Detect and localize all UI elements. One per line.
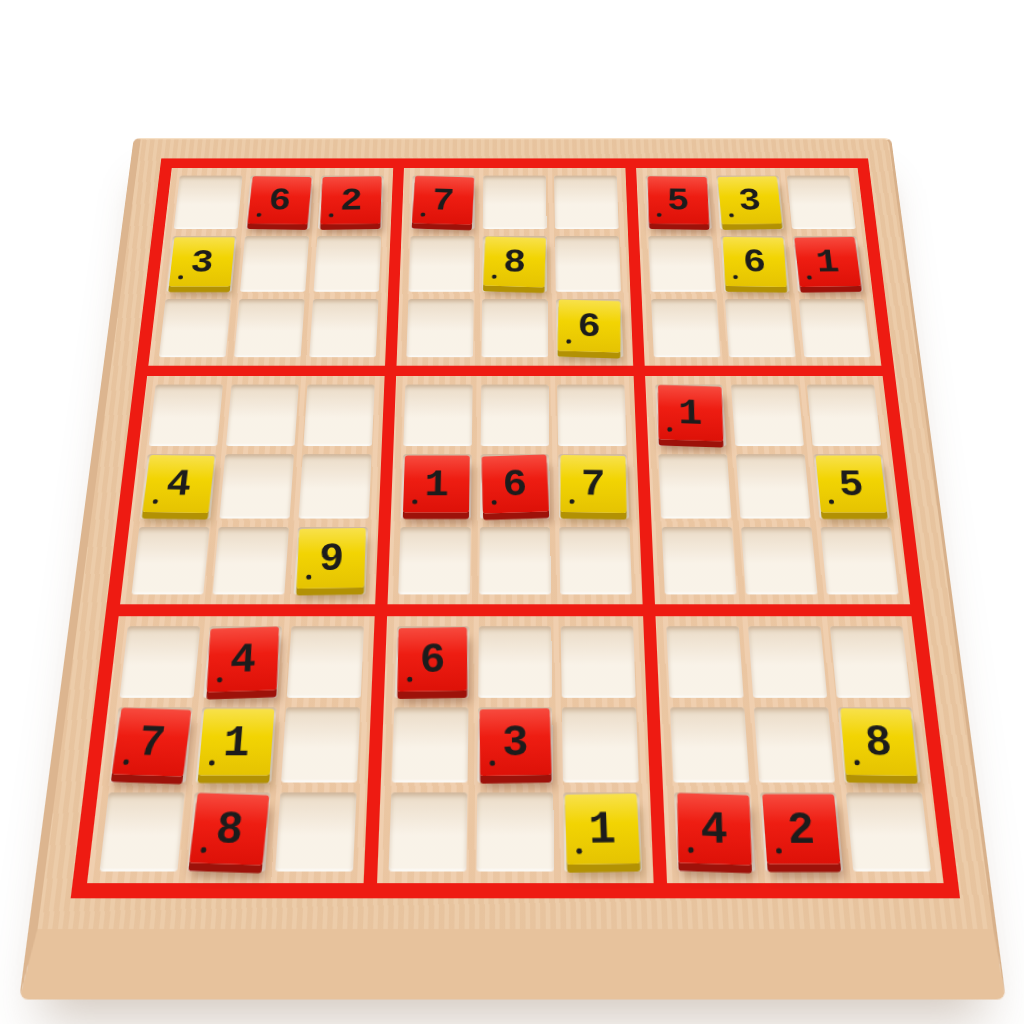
tile-number: 4 (700, 806, 728, 853)
tile-red-2-r1c3[interactable]: 2 (320, 176, 381, 224)
tile-number: 7 (580, 466, 605, 504)
tile-orientation-dot (489, 760, 494, 766)
tile-red-7-r8c1[interactable]: 7 (111, 708, 190, 777)
tile-yellow-3-r2c1[interactable]: 3 (168, 237, 234, 286)
sudoku-box-3: 5361 (636, 168, 881, 366)
cell-r7c1[interactable] (119, 626, 200, 698)
cell-r1c6[interactable] (554, 176, 619, 229)
cell-r1c4[interactable]: 7 (410, 176, 475, 229)
cell-r5c6[interactable]: 7 (558, 454, 629, 518)
cell-r6c3[interactable]: 9 (293, 527, 368, 594)
cell-r7c3[interactable] (286, 626, 363, 698)
cell-r8c7[interactable] (670, 707, 749, 782)
cell-r5c7[interactable] (658, 454, 731, 518)
tile-number: 4 (164, 466, 193, 504)
cell-r9c5[interactable] (476, 792, 554, 871)
cell-r3c5[interactable] (481, 299, 548, 357)
cell-r7c5[interactable] (478, 626, 552, 698)
cell-r6c8[interactable] (741, 527, 818, 594)
tile-yellow-1-r8c2[interactable]: 1 (198, 709, 274, 776)
cell-r8c3[interactable] (281, 707, 360, 782)
cell-r9c8[interactable]: 2 (759, 792, 842, 871)
sudoku-grid: 623786536149167154718631842 (86, 168, 943, 883)
tile-orientation-dot (828, 499, 833, 504)
tile-orientation-dot (667, 427, 672, 432)
cell-r1c1[interactable] (173, 176, 242, 229)
cell-r1c8[interactable]: 3 (716, 176, 784, 229)
tile-orientation-dot (208, 760, 214, 765)
cell-r2c3[interactable] (313, 236, 381, 292)
tile-orientation-dot (306, 575, 311, 580)
tile-red-8-r9c2[interactable]: 8 (189, 793, 269, 865)
tile-yellow-8-r2c5[interactable]: 8 (483, 236, 546, 287)
tile-number: 8 (502, 246, 526, 279)
cell-r2c5[interactable]: 8 (482, 236, 547, 292)
cell-r7c6[interactable] (560, 626, 635, 698)
cell-r4c3[interactable] (303, 385, 374, 447)
cell-r6c7[interactable] (661, 527, 736, 594)
tile-red-6-r1c2[interactable]: 6 (247, 176, 311, 224)
tile-red-1-r2c9[interactable]: 1 (794, 237, 861, 287)
cell-r9c2[interactable]: 8 (187, 792, 270, 871)
cell-r3c4[interactable] (406, 299, 473, 357)
tile-orientation-dot (200, 847, 206, 853)
tile-number: 5 (836, 466, 864, 504)
tile-orientation-dot (216, 677, 222, 682)
tile-yellow-7-r5c6[interactable]: 7 (560, 455, 626, 513)
tile-number: 2 (339, 185, 362, 217)
tile-red-7-r1c4[interactable]: 7 (411, 176, 473, 225)
tile-orientation-dot (152, 499, 158, 504)
cell-r2c4[interactable] (408, 236, 474, 292)
tile-number: 7 (135, 721, 167, 766)
cell-r7c4[interactable]: 6 (394, 626, 469, 698)
cell-r8c8[interactable] (753, 707, 834, 782)
tile-number: 6 (267, 185, 292, 217)
cell-r4c6[interactable] (557, 385, 626, 447)
tile-yellow-6-r3c6[interactable]: 6 (557, 299, 620, 352)
cell-r8c5[interactable]: 3 (477, 707, 553, 782)
tile-number: 5 (666, 185, 689, 217)
tile-orientation-dot (407, 677, 412, 682)
tile-orientation-dot (328, 213, 333, 217)
sudoku-board: 623786536149167154718631842 (19, 138, 1006, 1000)
cell-r4c7[interactable]: 1 (655, 385, 726, 447)
cell-r4c5[interactable] (480, 385, 549, 447)
tile-number: 6 (577, 309, 601, 344)
cell-r2c1[interactable]: 3 (166, 236, 236, 292)
tile-number: 1 (814, 246, 841, 279)
tile-red-5-r1c7[interactable]: 5 (647, 176, 708, 224)
cell-r2c2[interactable] (240, 236, 309, 292)
cell-r4c8[interactable] (730, 385, 803, 447)
tile-number: 6 (502, 466, 528, 504)
tile-orientation-dot (569, 499, 574, 504)
cell-r6c1[interactable] (131, 527, 209, 594)
cell-r1c3[interactable]: 2 (317, 176, 383, 229)
cell-r7c8[interactable] (748, 626, 827, 698)
tile-orientation-dot (656, 213, 661, 217)
tile-number: 4 (229, 639, 257, 682)
tile-orientation-dot (775, 848, 781, 854)
tile-orientation-dot (576, 848, 582, 854)
tile-number: 3 (188, 246, 214, 279)
tile-red-3-r8c5[interactable]: 3 (479, 708, 551, 776)
cell-r2c6[interactable] (555, 236, 621, 292)
tile-red-4-r9c7[interactable]: 4 (677, 793, 751, 865)
tile-number: 6 (419, 639, 445, 681)
sudoku-box-7: 4718 (86, 616, 374, 883)
tile-orientation-dot (420, 213, 425, 217)
tile-number: 1 (678, 395, 703, 432)
cell-r4c9[interactable] (806, 385, 880, 447)
cell-r3c9[interactable] (798, 299, 870, 357)
cell-r1c9[interactable] (786, 176, 855, 229)
sudoku-box-2: 786 (396, 168, 633, 366)
cell-r1c2[interactable]: 6 (245, 176, 313, 229)
cell-r8c1[interactable]: 7 (109, 707, 192, 782)
cell-r8c9[interactable]: 8 (837, 707, 920, 782)
sudoku-box-4: 49 (120, 376, 385, 604)
board-red-frame: 623786536149167154718631842 (70, 158, 959, 898)
sudoku-box-5: 167 (387, 376, 642, 604)
tile-yellow-9-r6c3[interactable]: 9 (296, 528, 365, 589)
tile-orientation-dot (729, 213, 734, 217)
tile-yellow-3-r1c8[interactable]: 3 (717, 176, 781, 224)
cell-r8c4[interactable] (391, 707, 468, 782)
tile-orientation-dot (491, 500, 496, 505)
cell-r9c9[interactable] (845, 792, 930, 871)
tile-number: 7 (431, 185, 455, 217)
scene: 623786536149167154718631842 (84, 59, 941, 965)
cell-r5c8[interactable] (735, 454, 810, 518)
cell-r5c9[interactable]: 5 (813, 454, 889, 518)
cell-r9c3[interactable] (275, 792, 356, 871)
sudoku-box-1: 623 (148, 168, 393, 366)
tile-yellow-1-r9c6[interactable]: 1 (564, 794, 639, 865)
tile-number: 1 (587, 807, 616, 854)
cell-r6c5[interactable] (479, 527, 551, 594)
tile-number: 2 (785, 807, 816, 853)
tile-yellow-4-r5c1[interactable]: 4 (142, 455, 214, 513)
cell-r6c6[interactable] (559, 527, 632, 594)
tile-yellow-5-r5c9[interactable]: 5 (815, 456, 886, 513)
cell-r4c4[interactable] (403, 385, 472, 447)
cell-r7c7[interactable] (666, 626, 743, 698)
tile-orientation-dot (806, 275, 811, 279)
tile-red-1-r4c7[interactable]: 1 (658, 385, 723, 441)
tile-orientation-dot (854, 760, 860, 766)
tile-number: 8 (213, 806, 245, 853)
sudoku-box-9: 842 (655, 616, 943, 883)
cell-r3c7[interactable] (651, 299, 720, 357)
cell-r8c6[interactable] (561, 707, 638, 782)
tile-number: 3 (501, 721, 528, 765)
tile-number: 6 (742, 246, 767, 279)
cell-r4c1[interactable] (148, 385, 222, 447)
tile-red-6-r7c4[interactable]: 6 (397, 627, 467, 691)
cell-r9c7[interactable]: 4 (673, 792, 754, 871)
tile-yellow-6-r2c8[interactable]: 6 (722, 237, 786, 287)
tile-yellow-8-r8c9[interactable]: 8 (840, 708, 917, 776)
tile-orientation-dot (412, 499, 417, 504)
tile-number: 8 (863, 721, 893, 765)
cell-r3c6[interactable]: 6 (555, 299, 622, 357)
tile-red-2-r9c8[interactable]: 2 (762, 794, 840, 864)
cell-r8c2[interactable]: 1 (195, 707, 276, 782)
tile-orientation-dot (733, 275, 738, 279)
cell-r9c4[interactable] (388, 792, 467, 871)
tile-orientation-dot (256, 213, 261, 217)
cell-r1c5[interactable] (482, 176, 546, 229)
cell-r5c4[interactable]: 1 (400, 454, 471, 518)
tile-orientation-dot (178, 275, 183, 279)
cell-r4c2[interactable] (225, 385, 298, 447)
cell-r2c7[interactable] (648, 236, 716, 292)
cell-r6c9[interactable] (820, 527, 898, 594)
cell-r1c7[interactable]: 5 (645, 176, 711, 229)
cell-r2c9[interactable]: 1 (792, 236, 863, 292)
tile-red-4-r7c2[interactable]: 4 (206, 627, 278, 692)
cell-r3c2[interactable] (234, 299, 305, 357)
cell-r5c1[interactable]: 4 (140, 454, 216, 518)
tile-red-6-r5c5[interactable]: 6 (481, 455, 548, 514)
tile-red-1-r5c4[interactable]: 1 (402, 456, 469, 513)
cell-r9c1[interactable] (99, 792, 184, 871)
tile-orientation-dot (122, 759, 128, 765)
cell-r3c3[interactable] (309, 299, 378, 357)
cell-r5c2[interactable] (219, 454, 294, 518)
cell-r9c6[interactable]: 1 (563, 792, 642, 871)
cell-r3c8[interactable] (724, 299, 795, 357)
cell-r6c2[interactable] (212, 527, 288, 594)
tile-number: 1 (221, 721, 251, 765)
tile-number: 3 (737, 185, 762, 217)
cell-r5c3[interactable] (298, 454, 371, 518)
tile-number: 1 (423, 466, 448, 504)
sudoku-box-8: 631 (376, 616, 653, 883)
tile-orientation-dot (688, 847, 694, 853)
tile-orientation-dot (566, 339, 571, 343)
tile-number: 9 (318, 539, 345, 579)
cell-r6c4[interactable] (398, 527, 471, 594)
cell-r7c9[interactable] (829, 626, 910, 698)
cell-r2c8[interactable]: 6 (720, 236, 789, 292)
cell-r3c1[interactable] (158, 299, 230, 357)
cell-r7c2[interactable]: 4 (203, 626, 282, 698)
tile-orientation-dot (491, 275, 496, 279)
sudoku-box-6: 15 (645, 376, 910, 604)
cell-r5c5[interactable]: 6 (479, 454, 549, 518)
